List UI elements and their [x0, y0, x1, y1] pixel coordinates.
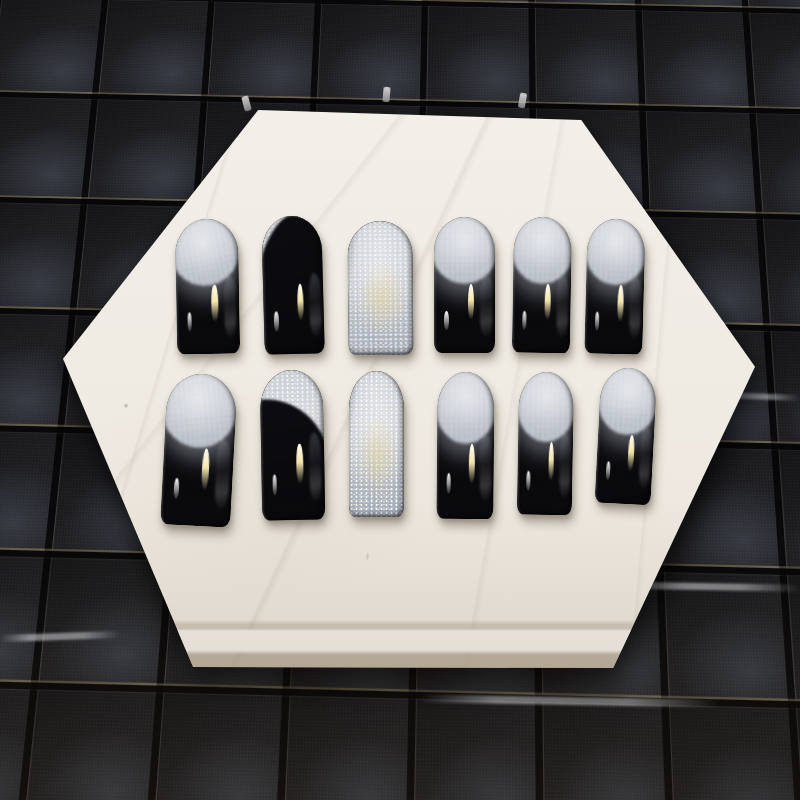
nail-top-4: [434, 217, 495, 353]
glitter-area: [347, 221, 413, 356]
gloss-reflection: [214, 439, 232, 510]
nail-bottom-6: [594, 367, 657, 506]
white-highlight: [446, 473, 450, 494]
nail-top-2: [261, 215, 325, 355]
gold-highlight: [468, 284, 474, 321]
nail-top-6: [584, 218, 646, 354]
gold-highlight: [469, 444, 475, 484]
nail-top-3: [347, 221, 413, 356]
gloss-reflection: [480, 434, 492, 502]
white-highlight: [605, 461, 610, 480]
gloss-reflection: [480, 274, 492, 337]
gloss-reflection: [559, 432, 571, 498]
nail-bottom-5: [517, 372, 574, 516]
gold-highlight: [201, 449, 210, 490]
glitter-area: [349, 371, 404, 517]
nail-bottom-1: [160, 372, 238, 527]
white-highlight: [173, 478, 179, 500]
white-highlight: [522, 310, 527, 329]
white-highlight: [274, 312, 279, 331]
photo-canvas: [0, 0, 800, 800]
white-highlight: [595, 312, 600, 331]
nail-top-5: [512, 217, 572, 354]
gold-highlight: [296, 443, 303, 484]
gold-highlight: [548, 442, 554, 481]
gloss-reflection: [638, 426, 652, 489]
white-highlight: [444, 311, 449, 330]
gloss-reflection: [629, 276, 642, 338]
nail-bottom-2: [260, 369, 326, 520]
gold-highlight: [211, 285, 218, 322]
gloss-reflection: [224, 275, 238, 337]
nail-top-1: [175, 218, 240, 354]
grout-mesh-highlight: [382, 87, 390, 103]
gold-highlight: [628, 435, 636, 472]
white-highlight: [187, 312, 192, 331]
nail-bottom-4: [436, 372, 494, 519]
gold-highlight: [545, 284, 551, 321]
gloss-reflection: [308, 273, 322, 337]
nail-bottom-3: [349, 371, 404, 517]
gold-highlight: [618, 285, 625, 322]
white-highlight: [527, 470, 531, 490]
gloss-reflection: [556, 274, 569, 337]
